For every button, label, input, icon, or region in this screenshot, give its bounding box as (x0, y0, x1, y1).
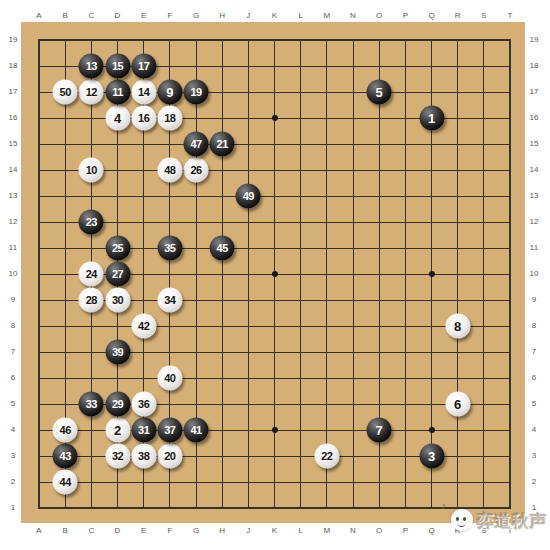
mascot-eye-icon (463, 517, 466, 521)
column-label-top: M (323, 12, 330, 20)
column-label-bottom: G (193, 527, 199, 535)
watermark-text: 弈道秋声 (477, 510, 547, 533)
column-label-bottom: D (115, 527, 121, 535)
row-label-right: 5 (532, 400, 536, 408)
row-label-left: 19 (9, 36, 18, 44)
row-label-right: 7 (532, 348, 536, 356)
row-label-right: 4 (532, 426, 536, 434)
column-label-bottom: K (272, 527, 277, 535)
row-label-right: 10 (530, 270, 539, 278)
column-label-top: J (246, 12, 250, 20)
row-label-left: 12 (9, 218, 18, 226)
row-label-left: 2 (11, 478, 15, 486)
go-diagram: AABBCCDDEEFFGGHHJJKKLLMMNNOOPPQQRRSSTT19… (0, 0, 550, 550)
column-label-top: Q (428, 12, 434, 20)
column-label-top: R (455, 12, 461, 20)
row-label-right: 14 (530, 166, 539, 174)
column-label-top: B (62, 12, 67, 20)
row-label-left: 3 (11, 452, 15, 460)
column-label-top: H (219, 12, 225, 20)
row-label-left: 13 (9, 192, 18, 200)
row-label-right: 18 (530, 62, 539, 70)
mascot-eye-icon (456, 517, 459, 521)
column-label-bottom: Q (428, 527, 434, 535)
column-label-top: N (350, 12, 356, 20)
column-label-top: C (88, 12, 94, 20)
row-label-left: 8 (11, 322, 15, 330)
column-label-top: E (141, 12, 146, 20)
music-note-icon: ♪ (441, 500, 446, 511)
column-label-bottom: B (62, 527, 67, 535)
column-label-bottom: M (323, 527, 330, 535)
row-label-right: 9 (532, 296, 536, 304)
row-label-left: 5 (11, 400, 15, 408)
row-label-left: 15 (9, 140, 18, 148)
row-label-right: 19 (530, 36, 539, 44)
row-label-right: 2 (532, 478, 536, 486)
column-label-bottom: F (167, 527, 172, 535)
column-label-top: S (481, 12, 486, 20)
column-label-bottom: E (141, 527, 146, 535)
mascot-mouth-icon (457, 522, 466, 527)
column-label-bottom: A (36, 527, 41, 535)
row-label-left: 7 (11, 348, 15, 356)
column-label-top: K (272, 12, 277, 20)
column-label-top: L (298, 12, 302, 20)
row-label-right: 15 (530, 140, 539, 148)
row-label-left: 10 (9, 270, 18, 278)
column-label-bottom: H (219, 527, 225, 535)
column-label-bottom: N (350, 527, 356, 535)
row-label-right: 3 (532, 452, 536, 460)
row-label-left: 17 (9, 88, 18, 96)
row-label-right: 8 (532, 322, 536, 330)
column-label-bottom: L (298, 527, 302, 535)
row-label-right: 6 (532, 374, 536, 382)
column-label-top: A (36, 12, 41, 20)
column-label-top: F (167, 12, 172, 20)
column-label-top: G (193, 12, 199, 20)
column-label-top: P (403, 12, 408, 20)
row-label-left: 4 (11, 426, 15, 434)
row-label-right: 16 (530, 114, 539, 122)
column-label-bottom: J (246, 527, 250, 535)
column-label-bottom: O (376, 527, 382, 535)
row-label-left: 14 (9, 166, 18, 174)
row-label-left: 1 (11, 504, 15, 512)
row-label-right: 17 (530, 88, 539, 96)
goban-board (21, 22, 525, 523)
row-label-left: 11 (9, 244, 17, 252)
column-label-top: O (376, 12, 382, 20)
row-label-right: 13 (530, 192, 539, 200)
row-label-left: 9 (11, 296, 15, 304)
column-label-bottom: C (88, 527, 94, 535)
row-label-left: 18 (9, 62, 18, 70)
row-label-left: 6 (11, 374, 15, 382)
column-label-bottom: P (403, 527, 408, 535)
mascot-hand-icon (446, 524, 455, 531)
row-label-right: 11 (530, 244, 538, 252)
column-label-top: D (115, 12, 121, 20)
row-label-right: 12 (530, 218, 539, 226)
column-label-top: T (508, 12, 513, 20)
watermark: ♪ 弈道秋声 (437, 501, 547, 541)
row-label-left: 16 (9, 114, 18, 122)
